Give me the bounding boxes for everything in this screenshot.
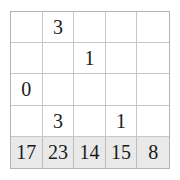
- empty-cell[interactable]: [137, 74, 169, 105]
- empty-cell[interactable]: [106, 43, 138, 74]
- empty-cell[interactable]: [74, 74, 106, 105]
- column-sum-cell: 15: [106, 137, 138, 168]
- empty-cell[interactable]: [106, 74, 138, 105]
- empty-cell[interactable]: [137, 12, 169, 43]
- clue-cell: 0: [11, 74, 43, 105]
- clue-cell: 1: [106, 106, 138, 137]
- empty-cell[interactable]: [11, 43, 43, 74]
- empty-cell[interactable]: [43, 74, 75, 105]
- column-sum-cell: 14: [74, 137, 106, 168]
- puzzle-board: 31031172314158: [10, 11, 170, 169]
- clue-cell: 3: [43, 106, 75, 137]
- empty-cell[interactable]: [43, 43, 75, 74]
- clue-cell: 1: [74, 43, 106, 74]
- column-sum-cell: 17: [11, 137, 43, 168]
- empty-cell[interactable]: [74, 106, 106, 137]
- empty-cell[interactable]: [11, 106, 43, 137]
- column-sum-cell: 23: [43, 137, 75, 168]
- empty-cell[interactable]: [74, 12, 106, 43]
- empty-cell[interactable]: [11, 12, 43, 43]
- empty-cell[interactable]: [106, 12, 138, 43]
- empty-cell[interactable]: [137, 106, 169, 137]
- empty-cell[interactable]: [137, 43, 169, 74]
- column-sum-cell: 8: [137, 137, 169, 168]
- clue-cell: 3: [43, 12, 75, 43]
